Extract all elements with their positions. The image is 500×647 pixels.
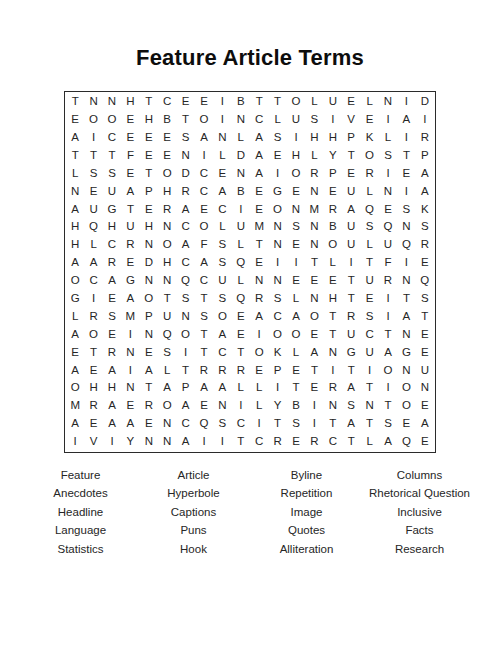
grid-cell: N [397,218,415,236]
grid-cell: O [250,343,268,361]
word-list-item: Columns [363,466,476,485]
grid-cell: E [232,326,250,344]
grid-cell: U [342,218,360,236]
grid-cell: A [287,308,305,326]
grid-cell: E [287,433,305,451]
grid-cell: C [195,165,213,183]
grid-cell: O [195,111,213,129]
grid-cell: T [324,415,342,433]
grid-cell: N [176,308,194,326]
grid-cell: Q [84,218,102,236]
grid-cell: A [84,254,102,272]
grid-cell: R [213,361,231,379]
grid-cell: A [195,254,213,272]
grid-cell: K [416,200,434,218]
word-list-item: Byline [250,466,363,485]
grid-cell: T [342,290,360,308]
grid-cell: R [360,165,378,183]
grid-cell: U [158,308,176,326]
grid-cell: B [287,397,305,415]
grid-cell: A [342,415,360,433]
grid-cell: L [232,272,250,290]
word-list-item: Article [137,466,250,485]
grid-cell: L [84,236,102,254]
grid-cell: H [121,93,139,111]
grid-cell: U [324,93,342,111]
grid-cell: Q [416,272,434,290]
grid-cell: U [342,236,360,254]
grid-cell: L [66,308,84,326]
grid-cell: T [397,147,415,165]
grid-cell: L [232,379,250,397]
grid-cell: I [287,254,305,272]
grid-cell: E [416,326,434,344]
grid-cell: E [250,254,268,272]
grid-cell: S [360,218,378,236]
grid-cell: L [250,379,268,397]
grid-cell: A [103,361,121,379]
grid-cell: R [416,129,434,147]
grid-cell: L [360,93,378,111]
grid-cell: C [360,326,378,344]
grid-cell: A [416,415,434,433]
grid-cell: E [324,272,342,290]
grid-cell: A [103,415,121,433]
grid-cell: E [250,361,268,379]
grid-cell: C [176,254,194,272]
grid-cell: U [342,326,360,344]
grid-cell: O [140,290,158,308]
grid-cell: T [305,361,323,379]
grid-cell: N [360,397,378,415]
grid-cell: L [305,147,323,165]
grid-cell: I [379,379,397,397]
grid-cell: C [158,93,176,111]
grid-cell: T [232,343,250,361]
grid-cell: E [379,200,397,218]
grid-cell: A [397,308,415,326]
grid-cell: E [140,343,158,361]
grid-cell: O [268,200,286,218]
grid-cell: T [195,326,213,344]
word-list-item: Hyperbole [137,484,250,503]
grid-cell: I [250,415,268,433]
grid-cell: U [379,236,397,254]
grid-cell: R [305,433,323,451]
grid-cell: I [213,111,231,129]
grid-cell: T [360,254,378,272]
grid-cell: T [66,147,84,165]
grid-cell: H [140,111,158,129]
grid-cell: I [195,147,213,165]
grid-cell: E [140,415,158,433]
grid-cell: E [397,165,415,183]
grid-cell: N [213,397,231,415]
grid-cell: C [268,308,286,326]
grid-cell: I [305,397,323,415]
grid-cell: A [342,200,360,218]
grid-cell: T [121,200,139,218]
grid-cell: Q [176,272,194,290]
grid-cell: L [213,147,231,165]
grid-cell: I [397,254,415,272]
grid-cell: E [305,272,323,290]
grid-cell: A [195,129,213,147]
grid-cell: C [195,182,213,200]
grid-cell: N [305,182,323,200]
grid-cell: H [158,182,176,200]
grid-cell: O [176,326,194,344]
grid-cell: H [324,129,342,147]
grid-cell: E [121,129,139,147]
grid-cell: E [121,397,139,415]
word-search-page: Feature Article Terms TNNHTCEEIBTTOLUELN… [0,0,500,647]
grid-cell: E [213,165,231,183]
grid-cell: I [397,93,415,111]
grid-cell: L [379,129,397,147]
grid-cell: U [121,218,139,236]
word-list-item: Rhetorical Question [363,484,476,503]
grid-cell: H [84,379,102,397]
grid-cell: G [66,290,84,308]
grid-cell: F [195,236,213,254]
grid-cell: N [397,361,415,379]
grid-cell: A [176,433,194,451]
grid-cell: U [360,343,378,361]
grid-cell: E [232,308,250,326]
grid-cell: S [213,254,231,272]
grid-cell: C [213,343,231,361]
grid-cell: A [66,129,84,147]
grid-cell: O [158,397,176,415]
grid-cell: I [342,254,360,272]
grid-cell: N [324,343,342,361]
grid-cell: T [342,272,360,290]
grid-cell: L [360,236,378,254]
grid-cell: N [121,379,139,397]
grid-cell: A [103,397,121,415]
grid-cell: O [158,236,176,254]
grid-cell: A [121,415,139,433]
word-list-item: Research [363,540,476,559]
grid-cell: O [84,326,102,344]
grid-cell: S [305,111,323,129]
grid-cell: S [103,165,121,183]
grid-cell: N [158,415,176,433]
grid-cell: N [140,326,158,344]
grid-cell: O [268,326,286,344]
grid-cell: Q [397,433,415,451]
grid-cell: S [268,290,286,308]
word-list-item: Alliteration [250,540,363,559]
grid-cell: N [268,236,286,254]
grid-cell: S [342,397,360,415]
grid-cell: A [250,129,268,147]
grid-cell: I [121,326,139,344]
grid-cell: E [342,165,360,183]
grid-cell: R [158,200,176,218]
grid-cell: V [342,111,360,129]
grid-cell: O [379,361,397,379]
grid-cell: E [84,361,102,379]
grid-cell: A [379,343,397,361]
grid-cell: P [324,165,342,183]
grid-cell: E [268,147,286,165]
grid-cell: I [121,361,139,379]
word-list-item: Language [24,521,137,540]
grid-cell: A [213,326,231,344]
grid-cell: I [84,290,102,308]
grid-cell: I [268,379,286,397]
grid-cell: N [305,290,323,308]
letter-grid: TNNHTCEEIBTTOLUELNIDEOOEHBTOINCLUSIVEIAI… [64,91,436,453]
grid-cell: R [195,361,213,379]
grid-cell: I [379,308,397,326]
grid-cell: Q [158,326,176,344]
grid-cell: O [324,236,342,254]
grid-cell: Q [232,254,250,272]
grid-cell: I [232,200,250,218]
grid-cell: U [342,182,360,200]
grid-cell: C [324,433,342,451]
grid-cell: R [250,290,268,308]
grid-cell: C [103,236,121,254]
grid-cell: R [121,236,139,254]
grid-cell: I [232,397,250,415]
grid-cell: P [268,361,286,379]
grid-cell: E [287,361,305,379]
grid-cell: C [250,433,268,451]
grid-cell: N [305,218,323,236]
grid-cell: T [268,415,286,433]
grid-cell: E [158,147,176,165]
grid-cell: R [324,379,342,397]
grid-cell: T [342,147,360,165]
grid-cell: N [379,182,397,200]
grid-cell: T [195,343,213,361]
grid-cell: R [416,236,434,254]
grid-cell: S [379,415,397,433]
grid-cell: N [140,236,158,254]
grid-cell: I [268,254,286,272]
grid-cell: T [103,147,121,165]
grid-cell: N [250,272,268,290]
grid-cell: A [416,165,434,183]
grid-cell: T [84,147,102,165]
grid-cell: I [250,326,268,344]
grid-cell: N [268,272,286,290]
grid-cell: N [158,218,176,236]
grid-cell: E [84,182,102,200]
grid-cell: S [397,200,415,218]
grid-cell: C [232,415,250,433]
grid-cell: N [232,111,250,129]
grid-cell: A [121,182,139,200]
grid-cell: L [232,129,250,147]
grid-cell: E [195,93,213,111]
grid-cell: T [416,308,434,326]
grid-cell: N [176,147,194,165]
grid-cell: H [324,290,342,308]
grid-cell: M [66,397,84,415]
grid-cell: R [84,397,102,415]
grid-cell: E [66,343,84,361]
grid-cell: E [121,254,139,272]
grid-cell: L [360,182,378,200]
grid-cell: C [176,218,194,236]
grid-cell: D [416,93,434,111]
grid-cell: C [103,129,121,147]
grid-cell: N [397,272,415,290]
grid-cell: R [268,433,286,451]
grid-cell: E [360,111,378,129]
grid-cell: T [397,290,415,308]
grid-cell: I [397,129,415,147]
word-list-item: Feature [24,466,137,485]
grid-cell: H [103,379,121,397]
grid-cell: N [140,272,158,290]
grid-cell: E [195,397,213,415]
grid-cell: L [250,397,268,415]
grid-cell: R [305,165,323,183]
grid-cell: I [379,165,397,183]
grid-cell: A [121,290,139,308]
grid-cell: O [287,326,305,344]
grid-cell: A [250,165,268,183]
grid-cell: D [140,254,158,272]
grid-cell: H [66,236,84,254]
grid-cell: I [195,433,213,451]
grid-cell: E [140,129,158,147]
grid-cell: S [176,290,194,308]
grid-cell: E [287,272,305,290]
grid-cell: H [103,218,121,236]
grid-cell: B [158,111,176,129]
grid-cell: T [66,93,84,111]
grid-cell: L [66,165,84,183]
grid-cell: N [84,93,102,111]
grid-cell: S [103,308,121,326]
grid-cell: M [305,200,323,218]
grid-cell: S [84,165,102,183]
grid-cell: N [324,397,342,415]
grid-cell: H [158,254,176,272]
grid-cell: P [416,147,434,165]
grid-cell: T [342,361,360,379]
grid-cell: L [232,236,250,254]
grid-cell: R [232,361,250,379]
grid-cell: T [176,111,194,129]
grid-cell: S [213,290,231,308]
grid-cell: N [213,129,231,147]
word-list-item: Quotes [250,521,363,540]
grid-cell: D [176,165,194,183]
grid-cell: Q [397,236,415,254]
grid-cell: G [268,182,286,200]
grid-cell: H [140,218,158,236]
grid-cell: I [416,111,434,129]
grid-cell: C [176,415,194,433]
grid-cell: T [195,290,213,308]
grid-cell: N [103,93,121,111]
grid-cell: N [232,165,250,183]
grid-cell: U [287,111,305,129]
grid-cell: A [213,379,231,397]
grid-cell: C [84,272,102,290]
grid-cell: S [416,218,434,236]
grid-cell: M [250,218,268,236]
grid-cell: E [305,326,323,344]
grid-cell: A [305,343,323,361]
grid-cell: S [379,147,397,165]
grid-cell: G [342,343,360,361]
grid-cell: O [397,397,415,415]
grid-cell: O [305,308,323,326]
grid-cell: R [103,343,121,361]
grid-cell: E [158,129,176,147]
grid-cell: O [213,308,231,326]
grid-cell: O [103,111,121,129]
grid-cell: N [305,236,323,254]
grid-cell: M [121,308,139,326]
grid-cell: I [66,433,84,451]
grid-cell: R [342,308,360,326]
word-list-item: Repetition [250,484,363,503]
grid-cell: K [268,343,286,361]
grid-cell: G [103,200,121,218]
word-list-item: Captions [137,503,250,522]
grid-cell: Q [360,200,378,218]
grid-cell: S [213,415,231,433]
grid-cell: E [416,343,434,361]
grid-cell: P [140,308,158,326]
grid-cell: T [324,326,342,344]
grid-cell: T [379,326,397,344]
grid-cell: T [232,433,250,451]
grid-cell: F [379,254,397,272]
grid-cell: T [250,93,268,111]
grid-cell: A [158,379,176,397]
grid-cell: L [287,290,305,308]
grid-cell: C [250,111,268,129]
grid-cell: L [287,343,305,361]
grid-cell: I [397,182,415,200]
grid-cell: S [360,308,378,326]
grid-cell: C [213,200,231,218]
grid-cell: O [66,379,84,397]
grid-cell: L [324,254,342,272]
grid-cell: U [84,200,102,218]
grid-cell: I [324,111,342,129]
grid-cell: I [213,433,231,451]
grid-cell: U [360,272,378,290]
grid-cell: T [305,254,323,272]
word-list: FeatureArticleBylineColumnsAnecdotesHype… [24,466,476,559]
grid-cell: P [140,182,158,200]
word-list-item: Puns [137,521,250,540]
grid-cell: P [176,379,194,397]
grid-cell: B [232,93,250,111]
grid-cell: I [287,129,305,147]
grid-cell: A [379,433,397,451]
grid-cell: I [305,415,323,433]
word-list-item: Anecdotes [24,484,137,503]
grid-cell: T [250,236,268,254]
grid-cell: A [176,397,194,415]
grid-cell: N [379,93,397,111]
grid-cell: R [103,254,121,272]
grid-cell: A [66,254,84,272]
